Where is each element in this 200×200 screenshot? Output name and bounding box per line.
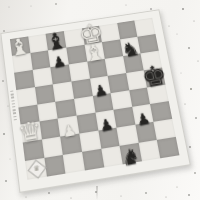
black-pawn-e5[interactable]: ♟ <box>93 83 109 97</box>
square-b1[interactable] <box>44 155 66 177</box>
white-bishop-a8[interactable]: ♝ <box>8 37 32 59</box>
photo-dust-speckles <box>0 0 2 2</box>
black-pawn-g3[interactable]: ♟ <box>136 112 152 127</box>
square-c8[interactable]: ♝ <box>46 31 66 50</box>
table-fold-line <box>96 186 98 200</box>
black-knight-g7[interactable]: ♞ <box>120 40 141 58</box>
black-bishop-c8[interactable]: ♝ <box>44 31 68 53</box>
square-a3[interactable]: ♛ <box>21 122 42 143</box>
white-queen-a3[interactable]: ♛ <box>17 120 44 146</box>
black-pawn-e3[interactable]: ♟ <box>98 118 114 133</box>
chessboard-mat: ♝♝♚♟♝♞♟♚♛♟♟♟♞ ♛ <box>0 9 190 193</box>
crown-glyph: ♛ <box>33 165 40 173</box>
black-pawn-c7[interactable]: ♟ <box>51 55 66 69</box>
square-h5[interactable]: ♚ <box>144 67 165 87</box>
chess-board-grid: ♝♝♚♟♝♞♟♚♛♟♟♟♞ <box>10 18 180 180</box>
black-king-h5[interactable]: ♚ <box>139 64 168 90</box>
square-e7[interactable]: ♝ <box>84 42 105 61</box>
black-knight-f1[interactable]: ♞ <box>120 147 142 167</box>
square-h1[interactable] <box>157 137 179 158</box>
edge-brand-print-icon <box>10 91 17 123</box>
white-bishop-e7[interactable]: ♝ <box>82 42 107 64</box>
square-a8[interactable]: ♝ <box>10 36 30 55</box>
photo-scene: ♝♝♚♟♝♞♟♚♛♟♟♟♞ ♛ <box>0 0 200 200</box>
white-pawn-c3[interactable]: ♟ <box>61 124 77 139</box>
